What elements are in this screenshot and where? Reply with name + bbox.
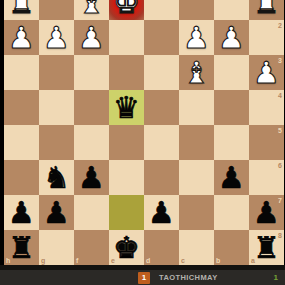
square-d2[interactable] — [144, 20, 179, 55]
file-label-g: g — [41, 257, 45, 264]
square-e6[interactable] — [109, 160, 144, 195]
piece-white-pawn: ♟ — [8, 20, 35, 55]
square-f6[interactable]: ♟ — [74, 160, 109, 195]
square-g6[interactable]: ♞ — [39, 160, 74, 195]
square-g4[interactable] — [39, 90, 74, 125]
square-b1[interactable] — [214, 0, 249, 20]
square-h5[interactable] — [4, 125, 39, 160]
file-label-a: a — [251, 257, 255, 264]
piece-black-queen: ♛ — [113, 90, 140, 125]
piece-white-pawn: ♟ — [78, 20, 105, 55]
square-a1[interactable]: ♜1 — [249, 0, 284, 20]
square-g5[interactable] — [39, 125, 74, 160]
square-g8[interactable]: g — [39, 230, 74, 265]
square-d8[interactable]: d — [144, 230, 179, 265]
square-c5[interactable] — [179, 125, 214, 160]
square-a8[interactable]: ♜8a — [249, 230, 284, 265]
footer: 1 TAOTHICHMAY 1 — [0, 265, 285, 285]
square-c1[interactable] — [179, 0, 214, 20]
piece-white-bishop: ♝ — [78, 0, 105, 20]
square-g2[interactable]: ♟ — [39, 20, 74, 55]
chess-app-screen: ♜♝♚♜1♟♟♟♟♟2♝♟3♛45♞♟♟6♟♟♟♟7♜hgf♚edcb♜8a 1… — [0, 0, 285, 285]
file-label-e: e — [111, 257, 115, 264]
square-a7[interactable]: ♟7 — [249, 195, 284, 230]
piece-black-rook: ♜ — [8, 230, 35, 265]
piece-white-pawn: ♟ — [183, 20, 210, 55]
square-b7[interactable] — [214, 195, 249, 230]
square-d4[interactable] — [144, 90, 179, 125]
square-c4[interactable] — [179, 90, 214, 125]
square-e2[interactable] — [109, 20, 144, 55]
piece-white-pawn: ♟ — [253, 55, 280, 90]
file-label-h: h — [6, 257, 10, 264]
square-f7[interactable] — [74, 195, 109, 230]
square-c8[interactable]: c — [179, 230, 214, 265]
square-e4[interactable]: ♛ — [109, 90, 144, 125]
piece-white-pawn: ♟ — [43, 20, 70, 55]
square-e5[interactable] — [109, 125, 144, 160]
square-a6[interactable]: 6 — [249, 160, 284, 195]
square-h1[interactable]: ♜ — [4, 0, 39, 20]
rank-label-7: 7 — [278, 197, 282, 204]
square-h3[interactable] — [4, 55, 39, 90]
rank-label-2: 2 — [278, 22, 282, 29]
file-label-f: f — [76, 257, 78, 264]
square-b4[interactable] — [214, 90, 249, 125]
player-row[interactable]: 1 TAOTHICHMAY 1 — [0, 270, 285, 285]
square-d3[interactable] — [144, 55, 179, 90]
piece-black-pawn: ♟ — [253, 195, 280, 230]
piece-black-pawn: ♟ — [8, 195, 35, 230]
rank-label-6: 6 — [278, 162, 282, 169]
player-rank-badge: 1 — [138, 272, 150, 284]
chess-board[interactable]: ♜♝♚♜1♟♟♟♟♟2♝♟3♛45♞♟♟6♟♟♟♟7♜hgf♚edcb♜8a — [4, 0, 284, 265]
piece-black-pawn: ♟ — [218, 160, 245, 195]
square-f4[interactable] — [74, 90, 109, 125]
square-h6[interactable] — [4, 160, 39, 195]
file-label-c: c — [181, 257, 185, 264]
rank-label-5: 5 — [278, 127, 282, 134]
square-c2[interactable]: ♟ — [179, 20, 214, 55]
player-name[interactable]: TAOTHICHMAY — [159, 273, 218, 282]
square-g7[interactable]: ♟ — [39, 195, 74, 230]
rank-label-8: 8 — [278, 232, 282, 239]
square-f2[interactable]: ♟ — [74, 20, 109, 55]
piece-white-rook: ♜ — [253, 0, 280, 20]
square-e3[interactable] — [109, 55, 144, 90]
square-a5[interactable]: 5 — [249, 125, 284, 160]
square-c6[interactable] — [179, 160, 214, 195]
rank-label-3: 3 — [278, 57, 282, 64]
piece-black-knight: ♞ — [43, 160, 70, 195]
piece-black-pawn: ♟ — [78, 160, 105, 195]
square-b5[interactable] — [214, 125, 249, 160]
square-c7[interactable] — [179, 195, 214, 230]
piece-white-king: ♚ — [113, 0, 140, 20]
square-a2[interactable]: 2 — [249, 20, 284, 55]
square-a3[interactable]: ♟3 — [249, 55, 284, 90]
square-c3[interactable]: ♝ — [179, 55, 214, 90]
piece-black-rook: ♜ — [253, 230, 280, 265]
square-f3[interactable] — [74, 55, 109, 90]
piece-white-pawn: ♟ — [218, 20, 245, 55]
square-b3[interactable] — [214, 55, 249, 90]
square-h2[interactable]: ♟ — [4, 20, 39, 55]
square-f8[interactable]: f — [74, 230, 109, 265]
square-d1[interactable] — [144, 0, 179, 20]
square-h4[interactable] — [4, 90, 39, 125]
square-g1[interactable] — [39, 0, 74, 20]
rank-label-4: 4 — [278, 92, 282, 99]
square-h7[interactable]: ♟ — [4, 195, 39, 230]
piece-black-pawn: ♟ — [148, 195, 175, 230]
square-g3[interactable] — [39, 55, 74, 90]
square-f5[interactable] — [74, 125, 109, 160]
square-e7[interactable] — [109, 195, 144, 230]
square-b2[interactable]: ♟ — [214, 20, 249, 55]
piece-black-pawn: ♟ — [43, 195, 70, 230]
square-d6[interactable] — [144, 160, 179, 195]
square-b6[interactable]: ♟ — [214, 160, 249, 195]
file-label-b: b — [216, 257, 220, 264]
square-e1[interactable]: ♚ — [109, 0, 144, 20]
square-b8[interactable]: b — [214, 230, 249, 265]
piece-white-rook: ♜ — [8, 0, 35, 20]
player-score: 1 — [274, 273, 278, 282]
file-label-d: d — [146, 257, 150, 264]
square-a4[interactable]: 4 — [249, 90, 284, 125]
square-d5[interactable] — [144, 125, 179, 160]
piece-black-king: ♚ — [113, 230, 140, 265]
square-d7[interactable]: ♟ — [144, 195, 179, 230]
square-f1[interactable]: ♝ — [74, 0, 109, 20]
square-e8[interactable]: ♚e — [109, 230, 144, 265]
square-h8[interactable]: ♜h — [4, 230, 39, 265]
piece-white-bishop: ♝ — [183, 55, 210, 90]
